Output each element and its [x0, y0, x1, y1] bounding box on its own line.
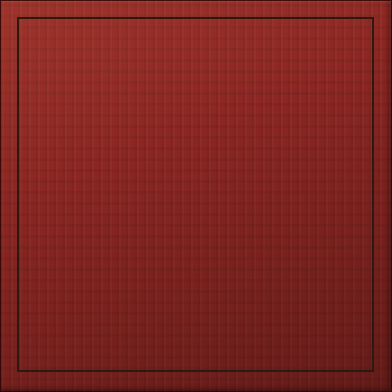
board: [17, 17, 374, 372]
file-labels: [17, 371, 374, 391]
chess-app: [0, 0, 392, 392]
rank-labels: [0, 17, 17, 372]
